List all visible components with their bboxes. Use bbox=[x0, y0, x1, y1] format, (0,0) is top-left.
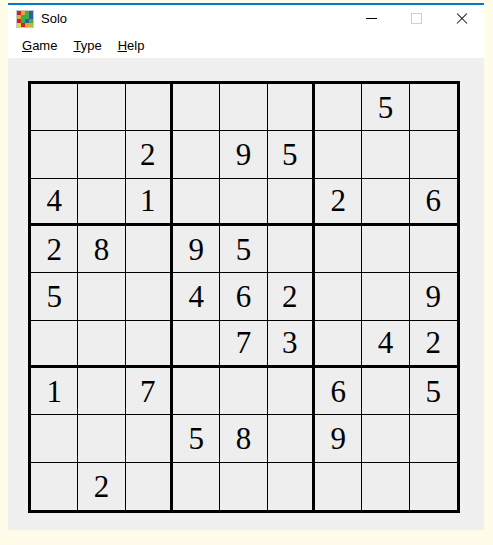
window-controls bbox=[349, 5, 484, 32]
cell-r2c5[interactable]: 9 bbox=[220, 131, 267, 178]
cell-r7c4[interactable] bbox=[173, 368, 220, 415]
cell-r6c2[interactable] bbox=[78, 321, 125, 368]
cell-r7c2[interactable] bbox=[78, 368, 125, 415]
cell-r9c7[interactable] bbox=[315, 463, 362, 510]
cell-r2c1[interactable] bbox=[31, 131, 78, 178]
cell-r7c5[interactable] bbox=[220, 368, 267, 415]
menu-item-help[interactable]: Help bbox=[110, 34, 153, 57]
cell-r1c2[interactable] bbox=[78, 84, 125, 131]
cell-r4c2[interactable]: 8 bbox=[78, 226, 125, 273]
cell-r2c7[interactable] bbox=[315, 131, 362, 178]
cell-r7c8[interactable] bbox=[362, 368, 409, 415]
cell-r4c8[interactable] bbox=[362, 226, 409, 273]
cell-r6c9[interactable]: 2 bbox=[410, 321, 457, 368]
cell-r6c1[interactable] bbox=[31, 321, 78, 368]
cell-r9c5[interactable] bbox=[220, 463, 267, 510]
sudoku-board: 52954126289554629734217655892 bbox=[28, 81, 460, 513]
cell-r2c8[interactable] bbox=[362, 131, 409, 178]
cell-r9c9[interactable] bbox=[410, 463, 457, 510]
cell-r4c1[interactable]: 2 bbox=[31, 226, 78, 273]
cell-r6c4[interactable] bbox=[173, 321, 220, 368]
cell-r6c7[interactable] bbox=[315, 321, 362, 368]
cell-r4c6[interactable] bbox=[268, 226, 315, 273]
menu-mnemonic: T bbox=[73, 38, 80, 53]
cell-r6c8[interactable]: 4 bbox=[362, 321, 409, 368]
cell-r2c9[interactable] bbox=[410, 131, 457, 178]
solo-window: Solo GameTypeHelp 5295412628955462973421… bbox=[8, 3, 484, 530]
close-button[interactable] bbox=[439, 5, 484, 32]
cell-r4c9[interactable] bbox=[410, 226, 457, 273]
cell-r3c3[interactable]: 1 bbox=[126, 179, 173, 226]
cell-r6c6[interactable]: 3 bbox=[268, 321, 315, 368]
cell-r8c9[interactable] bbox=[410, 415, 457, 462]
window-title: Solo bbox=[41, 11, 67, 26]
cell-r5c7[interactable] bbox=[315, 273, 362, 320]
cell-r9c2[interactable]: 2 bbox=[78, 463, 125, 510]
cell-r1c6[interactable] bbox=[268, 84, 315, 131]
minimize-icon bbox=[366, 18, 377, 19]
cell-r3c6[interactable] bbox=[268, 179, 315, 226]
cell-r1c5[interactable] bbox=[220, 84, 267, 131]
cell-r8c3[interactable] bbox=[126, 415, 173, 462]
menu-label-rest: elp bbox=[127, 38, 144, 53]
cell-r7c9[interactable]: 5 bbox=[410, 368, 457, 415]
cell-r8c4[interactable]: 5 bbox=[173, 415, 220, 462]
cell-r2c3[interactable]: 2 bbox=[126, 131, 173, 178]
cell-r5c3[interactable] bbox=[126, 273, 173, 320]
cell-r9c1[interactable] bbox=[31, 463, 78, 510]
client-area: 52954126289554629734217655892 bbox=[8, 60, 484, 530]
cell-r5c2[interactable] bbox=[78, 273, 125, 320]
app-icon-tile bbox=[29, 23, 33, 27]
cell-r8c2[interactable] bbox=[78, 415, 125, 462]
cell-r8c6[interactable] bbox=[268, 415, 315, 462]
menu-mnemonic: G bbox=[22, 38, 32, 53]
menu-item-game[interactable]: Game bbox=[14, 34, 65, 57]
cell-r5c6[interactable]: 2 bbox=[268, 273, 315, 320]
cell-r5c8[interactable] bbox=[362, 273, 409, 320]
cell-r4c3[interactable] bbox=[126, 226, 173, 273]
cell-r2c2[interactable] bbox=[78, 131, 125, 178]
cell-r3c7[interactable]: 2 bbox=[315, 179, 362, 226]
cell-r4c5[interactable]: 5 bbox=[220, 226, 267, 273]
cell-r1c7[interactable] bbox=[315, 84, 362, 131]
menu-item-type[interactable]: Type bbox=[65, 34, 109, 57]
menu-bar: GameTypeHelp bbox=[8, 32, 484, 58]
cell-r1c1[interactable] bbox=[31, 84, 78, 131]
cell-r5c4[interactable]: 4 bbox=[173, 273, 220, 320]
menu-mnemonic: H bbox=[118, 38, 127, 53]
cell-r6c5[interactable]: 7 bbox=[220, 321, 267, 368]
cell-r6c3[interactable] bbox=[126, 321, 173, 368]
cell-r7c1[interactable]: 1 bbox=[31, 368, 78, 415]
cell-r1c9[interactable] bbox=[410, 84, 457, 131]
cell-r1c4[interactable] bbox=[173, 84, 220, 131]
cell-r9c4[interactable] bbox=[173, 463, 220, 510]
cell-r8c7[interactable]: 9 bbox=[315, 415, 362, 462]
title-bar[interactable]: Solo bbox=[8, 5, 484, 32]
close-icon bbox=[456, 13, 468, 25]
cell-r8c5[interactable]: 8 bbox=[220, 415, 267, 462]
cell-r3c2[interactable] bbox=[78, 179, 125, 226]
cell-r1c3[interactable] bbox=[126, 84, 173, 131]
menu-label-rest: ame bbox=[32, 38, 57, 53]
cell-r3c5[interactable] bbox=[220, 179, 267, 226]
cell-r2c4[interactable] bbox=[173, 131, 220, 178]
cell-r8c8[interactable] bbox=[362, 415, 409, 462]
maximize-icon bbox=[411, 13, 422, 24]
cell-r8c1[interactable] bbox=[31, 415, 78, 462]
cell-r4c7[interactable] bbox=[315, 226, 362, 273]
cell-r9c8[interactable] bbox=[362, 463, 409, 510]
cell-r3c4[interactable] bbox=[173, 179, 220, 226]
cell-r5c9[interactable]: 9 bbox=[410, 273, 457, 320]
cell-r9c3[interactable] bbox=[126, 463, 173, 510]
cell-r9c6[interactable] bbox=[268, 463, 315, 510]
cell-r7c7[interactable]: 6 bbox=[315, 368, 362, 415]
solo-app-icon bbox=[17, 11, 33, 27]
cell-r5c1[interactable]: 5 bbox=[31, 273, 78, 320]
cell-r3c1[interactable]: 4 bbox=[31, 179, 78, 226]
cell-r4c4[interactable]: 9 bbox=[173, 226, 220, 273]
cell-r1c8[interactable]: 5 bbox=[362, 84, 409, 131]
cell-r7c6[interactable] bbox=[268, 368, 315, 415]
cell-r2c6[interactable]: 5 bbox=[268, 131, 315, 178]
menu-label-rest: ype bbox=[81, 38, 102, 53]
cell-r3c9[interactable]: 6 bbox=[410, 179, 457, 226]
cell-r7c3[interactable]: 7 bbox=[126, 368, 173, 415]
maximize-button bbox=[394, 5, 439, 32]
minimize-button[interactable] bbox=[349, 5, 394, 32]
cell-r5c5[interactable]: 6 bbox=[220, 273, 267, 320]
cell-r3c8[interactable] bbox=[362, 179, 409, 226]
